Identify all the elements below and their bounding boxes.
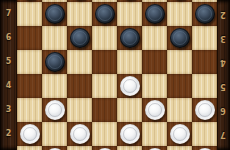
square-a3[interactable]	[17, 98, 42, 122]
black-piece-h7[interactable]	[195, 4, 215, 24]
square-b1[interactable]	[42, 146, 67, 150]
black-piece-g6[interactable]	[170, 28, 190, 48]
black-piece-b7[interactable]	[45, 4, 65, 24]
black-piece-b5[interactable]	[45, 52, 65, 72]
square-h3[interactable]	[192, 98, 217, 122]
square-a6[interactable]	[17, 26, 42, 50]
square-g1[interactable]	[167, 146, 192, 150]
white-piece-e2[interactable]	[120, 124, 140, 144]
white-piece-f1[interactable]	[145, 148, 165, 150]
square-g3[interactable]	[167, 98, 192, 122]
square-e2[interactable]	[117, 122, 142, 146]
rank-label-left-6: 6	[0, 32, 17, 44]
square-e5[interactable]	[117, 50, 142, 74]
checkers-board-screen: 7 6 5 4 3 2 2 3 4 5 6 7	[0, 0, 230, 150]
square-e7[interactable]	[117, 2, 142, 26]
square-a4[interactable]	[17, 74, 42, 98]
rank-label-right-3: 3	[216, 32, 230, 44]
black-piece-d7[interactable]	[95, 4, 115, 24]
rank-label-left-7: 7	[0, 8, 17, 20]
square-f4[interactable]	[142, 74, 167, 98]
white-piece-d1[interactable]	[95, 148, 115, 150]
rank-label-right-6: 6	[216, 104, 230, 116]
rank-label-right-7: 7	[216, 128, 230, 140]
square-d1[interactable]	[92, 146, 117, 150]
square-b4[interactable]	[42, 74, 67, 98]
square-f7[interactable]	[142, 2, 167, 26]
rank-label-right-4: 4	[216, 56, 230, 68]
square-e4[interactable]	[117, 74, 142, 98]
rank-label-left-4: 4	[0, 80, 17, 92]
square-h2[interactable]	[192, 122, 217, 146]
square-b3[interactable]	[42, 98, 67, 122]
square-c2[interactable]	[67, 122, 92, 146]
square-f3[interactable]	[142, 98, 167, 122]
square-c3[interactable]	[67, 98, 92, 122]
square-c7[interactable]	[67, 2, 92, 26]
white-piece-h1[interactable]	[195, 148, 215, 150]
square-g7[interactable]	[167, 2, 192, 26]
white-piece-a2[interactable]	[20, 124, 40, 144]
square-e1[interactable]	[117, 146, 142, 150]
square-d4[interactable]	[92, 74, 117, 98]
square-d6[interactable]	[92, 26, 117, 50]
square-c1[interactable]	[67, 146, 92, 150]
square-a5[interactable]	[17, 50, 42, 74]
square-d3[interactable]	[92, 98, 117, 122]
square-h4[interactable]	[192, 74, 217, 98]
square-g2[interactable]	[167, 122, 192, 146]
square-e3[interactable]	[117, 98, 142, 122]
square-b5[interactable]	[42, 50, 67, 74]
white-piece-e4[interactable]	[120, 76, 140, 96]
square-a1[interactable]	[17, 146, 42, 150]
square-b2[interactable]	[42, 122, 67, 146]
square-a2[interactable]	[17, 122, 42, 146]
board-grid	[17, 0, 217, 150]
square-f1[interactable]	[142, 146, 167, 150]
square-d7[interactable]	[92, 2, 117, 26]
square-h7[interactable]	[192, 2, 217, 26]
square-d5[interactable]	[92, 50, 117, 74]
white-piece-b1[interactable]	[45, 148, 65, 150]
rank-label-left-2: 2	[0, 128, 17, 140]
square-f2[interactable]	[142, 122, 167, 146]
square-h5[interactable]	[192, 50, 217, 74]
square-b7[interactable]	[42, 2, 67, 26]
rank-label-right-5: 5	[216, 80, 230, 92]
black-piece-e6[interactable]	[120, 28, 140, 48]
square-b6[interactable]	[42, 26, 67, 50]
black-piece-c6[interactable]	[70, 28, 90, 48]
rank-label-right-2: 2	[216, 8, 230, 20]
square-f6[interactable]	[142, 26, 167, 50]
rank-label-left-5: 5	[0, 56, 17, 68]
square-g6[interactable]	[167, 26, 192, 50]
square-h6[interactable]	[192, 26, 217, 50]
white-piece-b3[interactable]	[45, 100, 65, 120]
square-c5[interactable]	[67, 50, 92, 74]
square-e6[interactable]	[117, 26, 142, 50]
white-piece-g2[interactable]	[170, 124, 190, 144]
square-a7[interactable]	[17, 2, 42, 26]
square-c4[interactable]	[67, 74, 92, 98]
black-piece-f7[interactable]	[145, 4, 165, 24]
square-d2[interactable]	[92, 122, 117, 146]
square-h1[interactable]	[192, 146, 217, 150]
white-piece-h3[interactable]	[195, 100, 215, 120]
square-c6[interactable]	[67, 26, 92, 50]
square-f5[interactable]	[142, 50, 167, 74]
rank-label-left-3: 3	[0, 104, 17, 116]
square-g5[interactable]	[167, 50, 192, 74]
square-g4[interactable]	[167, 74, 192, 98]
white-piece-f3[interactable]	[145, 100, 165, 120]
white-piece-c2[interactable]	[70, 124, 90, 144]
